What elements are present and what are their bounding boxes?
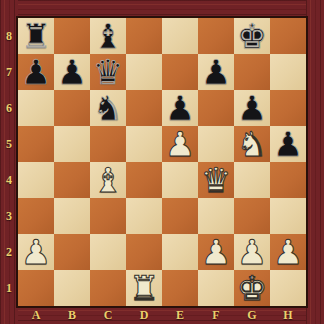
square-h3[interactable] — [270, 198, 306, 234]
square-f5[interactable] — [198, 126, 234, 162]
square-b6[interactable] — [54, 90, 90, 126]
square-g2[interactable]: ♟ — [234, 234, 270, 270]
square-c5[interactable] — [90, 126, 126, 162]
square-h8[interactable] — [270, 18, 306, 54]
square-b8[interactable] — [54, 18, 90, 54]
piece-black-rook[interactable]: ♜ — [21, 18, 51, 54]
file-label-f: F — [198, 306, 234, 324]
square-e8[interactable] — [162, 18, 198, 54]
square-a7[interactable]: ♟ — [18, 54, 54, 90]
piece-white-queen[interactable]: ♛ — [201, 162, 231, 198]
square-b4[interactable] — [54, 162, 90, 198]
square-c6[interactable]: ♞ — [90, 90, 126, 126]
square-h4[interactable] — [270, 162, 306, 198]
square-g6[interactable]: ♟ — [234, 90, 270, 126]
square-a2[interactable]: ♟ — [18, 234, 54, 270]
square-e1[interactable] — [162, 270, 198, 306]
square-a3[interactable] — [18, 198, 54, 234]
square-h1[interactable] — [270, 270, 306, 306]
rank-label-6: 6 — [0, 90, 18, 126]
square-d2[interactable] — [126, 234, 162, 270]
chess-board: ♜♝♚♟♟♛♟♞♟♟♟♞♟♝♛♟♟♟♟♜♚ — [18, 18, 306, 306]
file-labels: ABCDEFGH — [18, 306, 306, 324]
file-label-c: C — [90, 306, 126, 324]
piece-black-pawn[interactable]: ♟ — [237, 90, 267, 126]
square-f3[interactable] — [198, 198, 234, 234]
piece-black-queen[interactable]: ♛ — [93, 54, 123, 90]
square-f4[interactable]: ♛ — [198, 162, 234, 198]
square-h7[interactable] — [270, 54, 306, 90]
piece-white-pawn[interactable]: ♟ — [21, 234, 51, 270]
piece-white-bishop[interactable]: ♝ — [93, 162, 123, 198]
square-d7[interactable] — [126, 54, 162, 90]
square-a8[interactable]: ♜ — [18, 18, 54, 54]
square-e4[interactable] — [162, 162, 198, 198]
square-g8[interactable]: ♚ — [234, 18, 270, 54]
square-b2[interactable] — [54, 234, 90, 270]
square-a1[interactable] — [18, 270, 54, 306]
file-label-g: G — [234, 306, 270, 324]
square-a5[interactable] — [18, 126, 54, 162]
piece-black-bishop[interactable]: ♝ — [93, 18, 123, 54]
square-d1[interactable]: ♜ — [126, 270, 162, 306]
square-f8[interactable] — [198, 18, 234, 54]
square-c8[interactable]: ♝ — [90, 18, 126, 54]
square-f1[interactable] — [198, 270, 234, 306]
piece-white-pawn[interactable]: ♟ — [165, 126, 195, 162]
rank-label-5: 5 — [0, 126, 18, 162]
square-d5[interactable] — [126, 126, 162, 162]
file-label-d: D — [126, 306, 162, 324]
rank-label-8: 8 — [0, 18, 18, 54]
square-h2[interactable]: ♟ — [270, 234, 306, 270]
square-h5[interactable]: ♟ — [270, 126, 306, 162]
piece-white-rook[interactable]: ♜ — [129, 270, 159, 306]
piece-black-pawn[interactable]: ♟ — [21, 54, 51, 90]
square-b3[interactable] — [54, 198, 90, 234]
square-e2[interactable] — [162, 234, 198, 270]
square-b1[interactable] — [54, 270, 90, 306]
piece-white-pawn[interactable]: ♟ — [237, 234, 267, 270]
square-g7[interactable] — [234, 54, 270, 90]
square-d6[interactable] — [126, 90, 162, 126]
piece-white-pawn[interactable]: ♟ — [273, 234, 303, 270]
piece-black-king[interactable]: ♚ — [237, 18, 267, 54]
file-label-b: B — [54, 306, 90, 324]
file-label-h: H — [270, 306, 306, 324]
piece-black-pawn[interactable]: ♟ — [165, 90, 195, 126]
square-g1[interactable]: ♚ — [234, 270, 270, 306]
square-a4[interactable] — [18, 162, 54, 198]
rank-labels: 87654321 — [0, 18, 18, 306]
file-label-e: E — [162, 306, 198, 324]
piece-white-king[interactable]: ♚ — [237, 270, 267, 306]
frame-edge-top — [0, 0, 324, 18]
square-f2[interactable]: ♟ — [198, 234, 234, 270]
rank-label-3: 3 — [0, 198, 18, 234]
square-d3[interactable] — [126, 198, 162, 234]
square-e3[interactable] — [162, 198, 198, 234]
square-c3[interactable] — [90, 198, 126, 234]
square-e6[interactable]: ♟ — [162, 90, 198, 126]
rank-label-2: 2 — [0, 234, 18, 270]
square-h6[interactable] — [270, 90, 306, 126]
square-f7[interactable]: ♟ — [198, 54, 234, 90]
chessboard-frame: 87654321 ABCDEFGH ♜♝♚♟♟♛♟♞♟♟♟♞♟♝♛♟♟♟♟♜♚ — [0, 0, 324, 324]
rank-label-1: 1 — [0, 270, 18, 306]
piece-white-pawn[interactable]: ♟ — [201, 234, 231, 270]
piece-black-pawn[interactable]: ♟ — [57, 54, 87, 90]
piece-black-pawn[interactable]: ♟ — [273, 126, 303, 162]
square-e5[interactable]: ♟ — [162, 126, 198, 162]
square-e7[interactable] — [162, 54, 198, 90]
square-c1[interactable] — [90, 270, 126, 306]
file-label-a: A — [18, 306, 54, 324]
frame-edge-right — [306, 0, 324, 324]
square-g4[interactable] — [234, 162, 270, 198]
square-d4[interactable] — [126, 162, 162, 198]
square-f6[interactable] — [198, 90, 234, 126]
square-c4[interactable]: ♝ — [90, 162, 126, 198]
square-c7[interactable]: ♛ — [90, 54, 126, 90]
square-a6[interactable] — [18, 90, 54, 126]
square-b7[interactable]: ♟ — [54, 54, 90, 90]
rank-label-7: 7 — [0, 54, 18, 90]
square-c2[interactable] — [90, 234, 126, 270]
square-d8[interactable] — [126, 18, 162, 54]
piece-white-knight[interactable]: ♞ — [237, 126, 267, 162]
square-b5[interactable] — [54, 126, 90, 162]
piece-black-pawn[interactable]: ♟ — [201, 54, 231, 90]
rank-label-4: 4 — [0, 162, 18, 198]
piece-black-knight[interactable]: ♞ — [93, 90, 123, 126]
square-g5[interactable]: ♞ — [234, 126, 270, 162]
square-g3[interactable] — [234, 198, 270, 234]
